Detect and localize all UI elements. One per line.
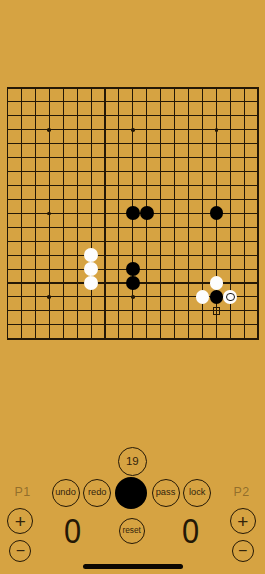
board-size-button[interactable]: 19: [118, 447, 147, 476]
player2-decrement-button[interactable]: −: [232, 540, 254, 562]
stone-white: [84, 276, 98, 290]
player2-capture-count: 0: [175, 512, 206, 549]
redo-button[interactable]: redo: [83, 479, 111, 507]
grid-line: [7, 227, 260, 228]
home-indicator[interactable]: [83, 564, 183, 569]
grid-line: [7, 241, 260, 242]
stone-black: [126, 262, 140, 276]
grid-line: [7, 310, 260, 311]
grid-line: [160, 87, 161, 340]
stone-black: [210, 206, 224, 220]
undo-button[interactable]: undo: [52, 479, 80, 507]
star-point: [215, 128, 219, 132]
stone-black: [210, 290, 224, 304]
stone-white: [84, 262, 98, 276]
player1-label: P1: [8, 485, 38, 500]
pass-button[interactable]: pass: [152, 479, 180, 507]
grid-line: [7, 324, 260, 325]
grid-line: [257, 87, 259, 340]
stone-black: [140, 206, 154, 220]
reset-button[interactable]: reset: [119, 518, 145, 544]
grid-line: [174, 87, 175, 340]
star-point: [47, 128, 51, 132]
grid-line: [188, 87, 189, 340]
stone-white: [210, 276, 224, 290]
stone-white: [84, 248, 98, 262]
player1-decrement-button[interactable]: −: [9, 540, 31, 562]
lock-button[interactable]: lock: [183, 479, 211, 507]
go-board[interactable]: [0, 80, 265, 347]
stone-black: [126, 276, 140, 290]
turn-indicator-black-stone[interactable]: [115, 477, 147, 509]
app-screen: 19 undo redo pass lock P1 P2 + − + − 0 0…: [0, 0, 265, 574]
stone-white: [196, 290, 210, 304]
player2-label: P2: [227, 485, 257, 500]
star-point: [47, 295, 51, 299]
grid-line: [244, 87, 245, 340]
player1-capture-count: 0: [57, 512, 88, 549]
stone-black: [126, 206, 140, 220]
stone-white: [223, 290, 237, 304]
star-point: [131, 128, 135, 132]
star-point: [131, 295, 135, 299]
star-point: [47, 212, 51, 216]
player1-increment-button[interactable]: +: [7, 508, 33, 534]
player2-increment-button[interactable]: +: [230, 508, 256, 534]
last-move-circle-marker: [226, 293, 235, 302]
grid-line: [7, 255, 260, 256]
grid-line: [7, 338, 260, 340]
square-marker: [213, 307, 220, 314]
